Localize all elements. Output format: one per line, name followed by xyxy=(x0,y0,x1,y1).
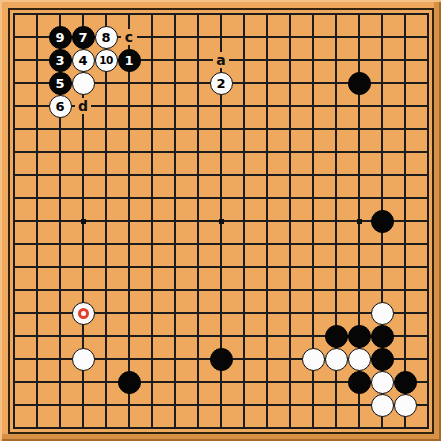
stone-black-move-3[interactable]: 3 xyxy=(49,49,72,72)
stone-black[interactable] xyxy=(348,72,371,95)
stone-black[interactable] xyxy=(348,325,371,348)
move-number: 1 xyxy=(124,54,133,67)
stone-white[interactable] xyxy=(72,348,95,371)
stone-white-marked[interactable] xyxy=(72,302,95,325)
move-number: 9 xyxy=(55,31,64,44)
grid-line-v xyxy=(243,13,245,429)
stone-white[interactable] xyxy=(72,72,95,95)
point-label-a[interactable]: a xyxy=(213,52,229,68)
stone-white-move-6[interactable]: 6 xyxy=(49,95,72,118)
move-number: 3 xyxy=(55,54,64,67)
stone-black-move-1[interactable]: 1 xyxy=(118,49,141,72)
grid-line-h xyxy=(13,243,429,245)
grid-line-v xyxy=(289,13,291,429)
grid-line-v xyxy=(427,13,429,429)
grid-line-v xyxy=(404,13,406,429)
stone-white[interactable] xyxy=(302,348,325,371)
stone-white[interactable] xyxy=(394,394,417,417)
star-point xyxy=(81,219,86,224)
stone-black[interactable] xyxy=(118,371,141,394)
stone-white-move-8[interactable]: 8 xyxy=(95,26,118,49)
stone-black-move-7[interactable]: 7 xyxy=(72,26,95,49)
grid-line-h xyxy=(13,427,429,429)
stone-black-move-9[interactable]: 9 xyxy=(49,26,72,49)
stone-white-move-4[interactable]: 4 xyxy=(72,49,95,72)
stone-white[interactable] xyxy=(371,371,394,394)
stone-black[interactable] xyxy=(371,210,394,233)
stone-black[interactable] xyxy=(371,325,394,348)
move-number: 10 xyxy=(99,55,112,66)
stone-white-move-10[interactable]: 10 xyxy=(95,49,118,72)
star-point xyxy=(219,219,224,224)
grid-line-v xyxy=(266,13,268,429)
grid-line-h xyxy=(13,266,429,268)
move-number: 8 xyxy=(101,31,110,44)
grid-line-h xyxy=(13,404,429,406)
stone-white-move-2[interactable]: 2 xyxy=(210,72,233,95)
stone-black-move-5[interactable]: 5 xyxy=(49,72,72,95)
stone-black[interactable] xyxy=(325,325,348,348)
stone-black[interactable] xyxy=(394,371,417,394)
move-number: 4 xyxy=(78,54,87,67)
stone-black[interactable] xyxy=(348,371,371,394)
go-board[interactable]: acd 97834101562 xyxy=(0,0,441,441)
stone-white[interactable] xyxy=(371,394,394,417)
red-circle-marker-icon xyxy=(78,308,89,319)
move-number: 6 xyxy=(55,100,64,113)
stone-white[interactable] xyxy=(371,302,394,325)
stone-white[interactable] xyxy=(348,348,371,371)
point-label-c[interactable]: c xyxy=(121,29,137,45)
move-number: 7 xyxy=(78,31,87,44)
point-label-d[interactable]: d xyxy=(75,98,91,114)
move-number: 2 xyxy=(216,77,225,90)
move-number: 5 xyxy=(55,77,64,90)
stone-black[interactable] xyxy=(371,348,394,371)
stone-white[interactable] xyxy=(325,348,348,371)
stone-black[interactable] xyxy=(210,348,233,371)
grid-line-h xyxy=(13,289,429,291)
star-point xyxy=(357,219,362,224)
